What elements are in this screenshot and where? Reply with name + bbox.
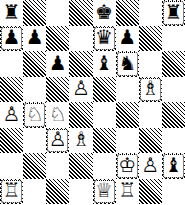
square-h8[interactable]: ♜	[162, 0, 185, 26]
square-d3[interactable]: ♗	[69, 128, 92, 154]
square-a8[interactable]: ♜	[0, 0, 23, 26]
square-b6[interactable]	[23, 51, 46, 77]
square-c3[interactable]: ♙	[46, 128, 69, 154]
square-b4[interactable]: ♘	[23, 102, 46, 128]
square-b1[interactable]	[23, 179, 46, 205]
square-g3[interactable]	[139, 128, 162, 154]
piece-black-pawn[interactable]: ♟	[49, 53, 67, 73]
square-g8[interactable]	[139, 0, 162, 26]
square-c8[interactable]	[46, 0, 69, 26]
square-a5[interactable]	[0, 77, 23, 103]
piece-white-knight[interactable]: ♘	[26, 104, 44, 124]
square-g7[interactable]	[139, 26, 162, 52]
square-c2[interactable]	[46, 153, 69, 179]
piece-black-queen[interactable]: ♛	[95, 27, 113, 47]
square-b2[interactable]	[23, 153, 46, 179]
square-f7[interactable]: ♟	[116, 26, 139, 52]
square-g4[interactable]	[139, 102, 162, 128]
square-c5[interactable]	[46, 77, 69, 103]
square-f6[interactable]: ♞	[116, 51, 139, 77]
piece-black-rook[interactable]: ♜	[3, 2, 21, 22]
square-e7[interactable]: ♛	[93, 26, 116, 52]
piece-black-knight[interactable]: ♞	[118, 53, 136, 73]
piece-white-pawn[interactable]: ♙	[3, 104, 21, 124]
square-h6[interactable]	[162, 51, 185, 77]
piece-black-king[interactable]: ♚	[95, 2, 113, 22]
piece-black-pawn[interactable]: ♟	[118, 27, 136, 47]
square-d4[interactable]	[69, 102, 92, 128]
piece-black-bishop[interactable]: ♝	[164, 155, 182, 175]
square-d2[interactable]	[69, 153, 92, 179]
piece-black-rook[interactable]: ♜	[164, 2, 182, 22]
piece-white-rook[interactable]: ♖	[3, 180, 21, 200]
square-a2[interactable]	[0, 153, 23, 179]
piece-white-bishop[interactable]: ♗	[141, 78, 159, 98]
square-a4[interactable]: ♙	[0, 102, 23, 128]
square-a1[interactable]: ♖	[0, 179, 23, 205]
square-b5[interactable]	[23, 77, 46, 103]
square-b7[interactable]: ♟	[23, 26, 46, 52]
chess-board: ♜♚♜♟♟♛♟♟♝♞♙♗♙♘♘♙♗♔♙♝♖♕♖	[0, 0, 185, 204]
piece-white-pawn[interactable]: ♙	[49, 129, 67, 149]
square-h3[interactable]	[162, 128, 185, 154]
piece-black-bishop[interactable]: ♝	[95, 53, 113, 73]
square-g1[interactable]	[139, 179, 162, 205]
square-f1[interactable]: ♖	[116, 179, 139, 205]
square-e3[interactable]	[93, 128, 116, 154]
square-f3[interactable]	[116, 128, 139, 154]
square-e5[interactable]	[93, 77, 116, 103]
piece-white-knight[interactable]: ♘	[49, 104, 67, 124]
square-f4[interactable]	[116, 102, 139, 128]
square-h7[interactable]	[162, 26, 185, 52]
piece-black-pawn[interactable]: ♟	[26, 27, 44, 47]
square-h1[interactable]	[162, 179, 185, 205]
square-d7[interactable]	[69, 26, 92, 52]
piece-white-pawn[interactable]: ♙	[72, 78, 90, 98]
square-h2[interactable]: ♝	[162, 153, 185, 179]
square-c4[interactable]: ♘	[46, 102, 69, 128]
square-f5[interactable]	[116, 77, 139, 103]
square-e1[interactable]: ♕	[93, 179, 116, 205]
piece-black-pawn[interactable]: ♟	[3, 27, 21, 47]
square-h5[interactable]	[162, 77, 185, 103]
square-g6[interactable]	[139, 51, 162, 77]
square-g2[interactable]: ♙	[139, 153, 162, 179]
square-e6[interactable]: ♝	[93, 51, 116, 77]
piece-white-bishop[interactable]: ♗	[72, 129, 90, 149]
square-a6[interactable]	[0, 51, 23, 77]
square-b8[interactable]	[23, 0, 46, 26]
square-a3[interactable]	[0, 128, 23, 154]
square-h4[interactable]	[162, 102, 185, 128]
square-c6[interactable]: ♟	[46, 51, 69, 77]
square-g5[interactable]: ♗	[139, 77, 162, 103]
square-c1[interactable]	[46, 179, 69, 205]
piece-white-pawn[interactable]: ♙	[141, 155, 159, 175]
square-c7[interactable]	[46, 26, 69, 52]
square-a7[interactable]: ♟	[0, 26, 23, 52]
square-e4[interactable]	[93, 102, 116, 128]
piece-white-queen[interactable]: ♕	[95, 180, 113, 200]
square-e2[interactable]	[93, 153, 116, 179]
square-d8[interactable]	[69, 0, 92, 26]
piece-white-king[interactable]: ♔	[118, 155, 136, 175]
square-f8[interactable]	[116, 0, 139, 26]
square-f2[interactable]: ♔	[116, 153, 139, 179]
square-d6[interactable]	[69, 51, 92, 77]
piece-white-rook[interactable]: ♖	[118, 180, 136, 200]
square-d5[interactable]: ♙	[69, 77, 92, 103]
square-d1[interactable]	[69, 179, 92, 205]
square-e8[interactable]: ♚	[93, 0, 116, 26]
square-b3[interactable]	[23, 128, 46, 154]
